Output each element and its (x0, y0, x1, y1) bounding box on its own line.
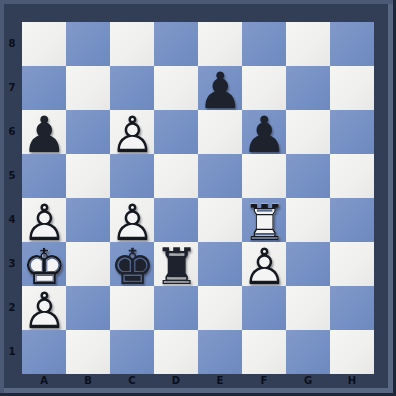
square-f5[interactable] (242, 154, 286, 198)
piece-symbol: ♟ (198, 66, 243, 116)
chess-board-frame: 87654321 ♟♟♟♙♟♟♙♟♙♜♖♚♔♚♜♟♙♟♙ ABCDEFGH (0, 0, 396, 396)
square-b8[interactable] (66, 22, 110, 66)
square-a4[interactable]: ♟♙ (22, 198, 66, 242)
square-d7[interactable] (154, 66, 198, 110)
piece-symbol: ♙ (22, 286, 67, 336)
rank-label: 5 (3, 154, 21, 198)
square-f3[interactable]: ♟♙ (242, 242, 286, 286)
rank-label: 1 (3, 330, 21, 374)
square-c1[interactable] (110, 330, 154, 374)
white-pawn[interactable]: ♟♙ (22, 198, 66, 242)
square-h2[interactable] (330, 286, 374, 330)
file-label: D (154, 373, 198, 391)
square-h8[interactable] (330, 22, 374, 66)
square-b2[interactable] (66, 286, 110, 330)
rank-label: 6 (3, 110, 21, 154)
square-a8[interactable] (22, 22, 66, 66)
rank-label: 3 (3, 242, 21, 286)
square-g5[interactable] (286, 154, 330, 198)
square-e2[interactable] (198, 286, 242, 330)
piece-symbol: ♚ (110, 242, 155, 292)
square-e4[interactable] (198, 198, 242, 242)
file-label: B (66, 373, 110, 391)
square-g2[interactable] (286, 286, 330, 330)
square-e8[interactable] (198, 22, 242, 66)
piece-symbol: ♙ (110, 110, 155, 160)
black-pawn[interactable]: ♟ (198, 66, 242, 110)
white-king[interactable]: ♚♔ (22, 242, 66, 286)
square-c7[interactable] (110, 66, 154, 110)
square-f8[interactable] (242, 22, 286, 66)
square-c4[interactable]: ♟♙ (110, 198, 154, 242)
square-a6[interactable]: ♟ (22, 110, 66, 154)
square-b4[interactable] (66, 198, 110, 242)
square-a7[interactable] (22, 66, 66, 110)
square-g3[interactable] (286, 242, 330, 286)
square-d8[interactable] (154, 22, 198, 66)
square-c2[interactable] (110, 286, 154, 330)
rank-label: 4 (3, 198, 21, 242)
file-label: G (286, 373, 330, 391)
square-c3[interactable]: ♚ (110, 242, 154, 286)
square-h3[interactable] (330, 242, 374, 286)
square-c8[interactable] (110, 22, 154, 66)
square-f4[interactable]: ♜♖ (242, 198, 286, 242)
white-pawn[interactable]: ♟♙ (110, 110, 154, 154)
square-d1[interactable] (154, 330, 198, 374)
square-a2[interactable]: ♟♙ (22, 286, 66, 330)
square-g7[interactable] (286, 66, 330, 110)
square-d6[interactable] (154, 110, 198, 154)
square-f2[interactable] (242, 286, 286, 330)
white-pawn[interactable]: ♟♙ (22, 286, 66, 330)
square-h5[interactable] (330, 154, 374, 198)
square-g4[interactable] (286, 198, 330, 242)
square-f1[interactable] (242, 330, 286, 374)
square-a1[interactable] (22, 330, 66, 374)
file-label: C (110, 373, 154, 391)
square-f6[interactable]: ♟ (242, 110, 286, 154)
chess-board[interactable]: ♟♟♟♙♟♟♙♟♙♜♖♚♔♚♜♟♙♟♙ (22, 22, 374, 374)
file-label: H (330, 373, 374, 391)
square-c6[interactable]: ♟♙ (110, 110, 154, 154)
square-e5[interactable] (198, 154, 242, 198)
square-a3[interactable]: ♚♔ (22, 242, 66, 286)
rank-labels: 87654321 (3, 22, 21, 374)
black-pawn[interactable]: ♟ (242, 110, 286, 154)
black-pawn[interactable]: ♟ (22, 110, 66, 154)
piece-symbol: ♟ (22, 110, 67, 160)
square-f7[interactable] (242, 66, 286, 110)
black-rook[interactable]: ♜ (154, 242, 198, 286)
rank-label: 7 (3, 66, 21, 110)
rank-label: 8 (3, 22, 21, 66)
square-h1[interactable] (330, 330, 374, 374)
piece-symbol: ♟ (242, 110, 287, 160)
square-b1[interactable] (66, 330, 110, 374)
square-a5[interactable] (22, 154, 66, 198)
square-d5[interactable] (154, 154, 198, 198)
square-c5[interactable] (110, 154, 154, 198)
square-d4[interactable] (154, 198, 198, 242)
square-g6[interactable] (286, 110, 330, 154)
black-king[interactable]: ♚ (110, 242, 154, 286)
file-label: A (22, 373, 66, 391)
white-rook[interactable]: ♜♖ (242, 198, 286, 242)
file-label: E (198, 373, 242, 391)
white-pawn[interactable]: ♟♙ (242, 242, 286, 286)
square-b7[interactable] (66, 66, 110, 110)
square-h7[interactable] (330, 66, 374, 110)
square-b6[interactable] (66, 110, 110, 154)
square-d2[interactable] (154, 286, 198, 330)
square-h4[interactable] (330, 198, 374, 242)
square-g8[interactable] (286, 22, 330, 66)
square-e6[interactable] (198, 110, 242, 154)
square-e3[interactable] (198, 242, 242, 286)
file-labels: ABCDEFGH (22, 373, 374, 391)
square-g1[interactable] (286, 330, 330, 374)
square-h6[interactable] (330, 110, 374, 154)
square-b5[interactable] (66, 154, 110, 198)
square-b3[interactable] (66, 242, 110, 286)
file-label: F (242, 373, 286, 391)
white-pawn[interactable]: ♟♙ (110, 198, 154, 242)
piece-symbol: ♙ (242, 242, 287, 292)
piece-symbol: ♜ (154, 242, 199, 292)
square-d3[interactable]: ♜ (154, 242, 198, 286)
square-e1[interactable] (198, 330, 242, 374)
rank-label: 2 (3, 286, 21, 330)
square-e7[interactable]: ♟ (198, 66, 242, 110)
